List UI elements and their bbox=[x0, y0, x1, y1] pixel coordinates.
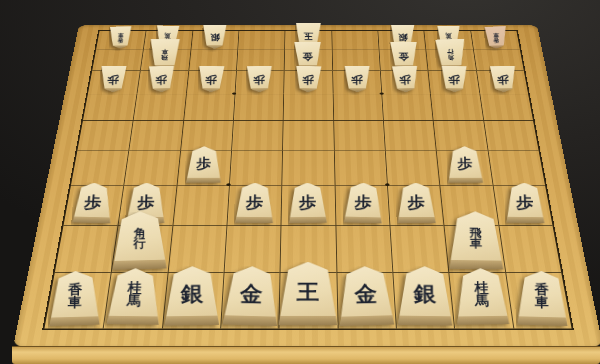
square-2h[interactable]: 飛車 bbox=[444, 225, 505, 272]
piece-kanji: 桂馬 bbox=[127, 282, 142, 307]
shogi-photo-scene: 香車桂馬銀玉銀桂馬香車飛車金金角行歩歩歩歩歩歩歩歩歩歩歩歩歩歩歩歩歩歩角行飛車香… bbox=[0, 0, 600, 364]
piece-kanji: 王 bbox=[297, 281, 320, 301]
square-4d[interactable] bbox=[332, 94, 383, 121]
piece-sente-pawn[interactable]: 歩 bbox=[343, 182, 384, 223]
piece-gote-pawn[interactable]: 歩 bbox=[148, 66, 175, 93]
square-1e[interactable] bbox=[483, 120, 539, 150]
piece-sente-gold[interactable]: 金 bbox=[221, 265, 281, 325]
piece-face: 王 bbox=[277, 261, 340, 325]
piece-gote-pawn[interactable]: 歩 bbox=[391, 66, 419, 93]
piece-gote-pawn[interactable]: 歩 bbox=[489, 66, 517, 92]
piece-gote-lance[interactable]: 香車 bbox=[484, 26, 508, 49]
square-5e[interactable] bbox=[282, 120, 333, 150]
piece-kanji: 歩 bbox=[303, 75, 315, 85]
square-8f[interactable] bbox=[124, 151, 180, 186]
square-4f[interactable] bbox=[334, 151, 387, 186]
piece-face: 歩 bbox=[447, 146, 485, 183]
board-grid: 香車桂馬銀玉銀桂馬香車飛車金金角行歩歩歩歩歩歩歩歩歩歩歩歩歩歩歩歩歩歩角行飛車香… bbox=[42, 30, 574, 330]
piece-face: 香車 bbox=[108, 26, 131, 48]
piece-kanji: 玉 bbox=[304, 32, 314, 40]
piece-sente-king[interactable]: 王 bbox=[277, 261, 340, 325]
piece-kanji: 金 bbox=[399, 52, 410, 61]
square-9a[interactable]: 香車 bbox=[96, 31, 146, 50]
square-5g[interactable]: 歩 bbox=[281, 185, 335, 225]
piece-face: 歩 bbox=[234, 182, 275, 223]
piece-face: 歩 bbox=[246, 66, 273, 92]
piece-face: 銀 bbox=[396, 266, 454, 326]
shogi-board: 香車桂馬銀玉銀桂馬香車飛車金金角行歩歩歩歩歩歩歩歩歩歩歩歩歩歩歩歩歩歩角行飛車香… bbox=[13, 25, 600, 347]
square-8c[interactable]: 歩 bbox=[137, 70, 188, 93]
piece-face: 角行 bbox=[111, 211, 168, 270]
piece-face: 桂馬 bbox=[105, 268, 163, 325]
piece-face: 歩 bbox=[295, 66, 322, 93]
square-2f[interactable]: 歩 bbox=[436, 151, 492, 186]
piece-kanji: 香車 bbox=[492, 33, 499, 43]
piece-face: 香車 bbox=[484, 26, 508, 49]
piece-face: 歩 bbox=[396, 183, 437, 223]
square-5f[interactable] bbox=[282, 151, 335, 186]
piece-kanji: 歩 bbox=[354, 194, 372, 210]
square-7c[interactable]: 歩 bbox=[186, 70, 236, 93]
piece-sente-bishop[interactable]: 角行 bbox=[111, 211, 168, 270]
square-1h[interactable] bbox=[498, 225, 561, 272]
piece-kanji: 銀 bbox=[414, 284, 437, 304]
piece-kanji: 歩 bbox=[399, 75, 411, 85]
square-1d[interactable] bbox=[479, 94, 533, 121]
piece-face: 歩 bbox=[489, 66, 517, 92]
square-7a[interactable]: 銀 bbox=[190, 31, 238, 50]
piece-kanji: 金 bbox=[240, 283, 263, 304]
piece-gote-lance[interactable]: 香車 bbox=[108, 26, 131, 48]
square-6a[interactable] bbox=[237, 31, 284, 50]
piece-face: 飛車 bbox=[447, 211, 505, 269]
piece-face: 飛車 bbox=[149, 39, 181, 69]
piece-kanji: 香車 bbox=[117, 33, 123, 43]
piece-sente-pawn[interactable]: 歩 bbox=[504, 182, 545, 223]
square-1c[interactable]: 歩 bbox=[476, 70, 528, 93]
piece-face: 歩 bbox=[504, 182, 545, 223]
piece-face: 歩 bbox=[441, 66, 468, 92]
square-8e[interactable] bbox=[129, 120, 183, 150]
piece-face: 銀 bbox=[163, 266, 221, 326]
square-6d[interactable] bbox=[233, 94, 284, 121]
piece-kanji: 角行 bbox=[134, 227, 146, 249]
piece-kanji: 香車 bbox=[68, 284, 82, 309]
piece-kanji: 桂馬 bbox=[475, 282, 490, 307]
piece-sente-pawn[interactable]: 歩 bbox=[288, 182, 329, 223]
piece-kanji: 歩 bbox=[107, 75, 119, 85]
piece-kanji: 歩 bbox=[138, 194, 156, 209]
square-4e[interactable] bbox=[333, 120, 385, 150]
piece-kanji: 香車 bbox=[534, 284, 548, 309]
square-9i[interactable]: 香車 bbox=[44, 272, 111, 329]
square-9e[interactable] bbox=[77, 120, 133, 150]
square-2c[interactable]: 歩 bbox=[428, 70, 479, 93]
square-8i[interactable]: 桂馬 bbox=[103, 272, 167, 329]
piece-gote-pawn[interactable]: 歩 bbox=[295, 66, 322, 93]
square-2d[interactable] bbox=[430, 94, 483, 121]
piece-gote-pawn[interactable]: 歩 bbox=[197, 66, 225, 92]
piece-kanji: 銀 bbox=[398, 33, 408, 41]
piece-face: 歩 bbox=[185, 146, 223, 183]
piece-gote-silver[interactable]: 銀 bbox=[202, 25, 227, 49]
piece-face: 桂馬 bbox=[453, 268, 511, 325]
square-5i[interactable]: 王 bbox=[279, 272, 338, 329]
square-1i[interactable]: 香車 bbox=[505, 272, 572, 329]
piece-kanji: 歩 bbox=[246, 194, 264, 209]
square-7h[interactable] bbox=[167, 225, 226, 272]
piece-kanji: 金 bbox=[303, 51, 314, 60]
board-front-edge bbox=[12, 346, 600, 364]
piece-sente-gold[interactable]: 金 bbox=[336, 265, 396, 325]
square-6i[interactable]: 金 bbox=[220, 272, 280, 329]
square-3e[interactable] bbox=[383, 120, 436, 150]
piece-gote-pawn[interactable]: 歩 bbox=[246, 66, 273, 92]
square-8h[interactable]: 角行 bbox=[111, 225, 172, 272]
piece-face: 歩 bbox=[288, 182, 329, 223]
square-5c[interactable]: 歩 bbox=[284, 70, 333, 93]
piece-sente-lance[interactable]: 香車 bbox=[515, 270, 569, 326]
piece-gote-bishop[interactable]: 角行 bbox=[435, 39, 468, 70]
piece-gote-rook[interactable]: 飛車 bbox=[149, 39, 181, 69]
piece-sente-knight[interactable]: 桂馬 bbox=[453, 268, 511, 325]
piece-gote-pawn[interactable]: 歩 bbox=[441, 66, 468, 92]
piece-sente-silver[interactable]: 銀 bbox=[163, 266, 221, 326]
piece-face: 歩 bbox=[344, 66, 371, 92]
piece-face: 歩 bbox=[197, 66, 225, 92]
piece-gote-pawn[interactable]: 歩 bbox=[99, 66, 127, 92]
square-3i[interactable]: 銀 bbox=[392, 272, 454, 329]
piece-kanji: 歩 bbox=[196, 157, 211, 170]
piece-kanji: 歩 bbox=[156, 75, 168, 85]
hoshi-dot bbox=[385, 183, 390, 186]
square-7g[interactable] bbox=[172, 185, 229, 225]
piece-kanji: 角行 bbox=[448, 49, 455, 60]
board-surface: 香車桂馬銀玉銀桂馬香車飛車金金角行歩歩歩歩歩歩歩歩歩歩歩歩歩歩歩歩歩歩角行飛車香… bbox=[13, 25, 600, 347]
square-4a[interactable] bbox=[331, 31, 378, 50]
piece-face: 歩 bbox=[391, 66, 419, 93]
piece-sente-pawn[interactable]: 歩 bbox=[234, 182, 275, 223]
piece-kanji: 金 bbox=[354, 283, 377, 304]
square-1f[interactable] bbox=[487, 151, 545, 186]
square-4i[interactable]: 金 bbox=[336, 272, 396, 329]
square-3g[interactable]: 歩 bbox=[387, 185, 444, 225]
square-8d[interactable] bbox=[133, 94, 186, 121]
piece-kanji: 銀 bbox=[210, 33, 220, 41]
piece-sente-pawn[interactable]: 歩 bbox=[71, 182, 114, 223]
square-3d[interactable] bbox=[381, 94, 433, 121]
piece-face: 角行 bbox=[435, 39, 468, 70]
piece-face: 歩 bbox=[148, 66, 175, 93]
piece-kanji: 銀 bbox=[181, 284, 204, 304]
piece-sente-rook[interactable]: 飛車 bbox=[447, 211, 505, 269]
piece-face: 歩 bbox=[99, 66, 127, 92]
square-3f[interactable] bbox=[385, 151, 440, 186]
square-6c[interactable]: 歩 bbox=[235, 70, 284, 93]
square-7f[interactable]: 歩 bbox=[176, 151, 231, 186]
square-5d[interactable] bbox=[283, 94, 333, 121]
piece-kanji: 歩 bbox=[516, 194, 534, 209]
square-6e[interactable] bbox=[231, 120, 283, 150]
piece-kanji: 歩 bbox=[408, 194, 426, 209]
piece-kanji: 飛車 bbox=[162, 49, 169, 60]
piece-kanji: 歩 bbox=[84, 194, 102, 210]
square-7d[interactable] bbox=[183, 94, 235, 121]
square-6g[interactable]: 歩 bbox=[227, 185, 282, 225]
square-9d[interactable] bbox=[83, 94, 137, 121]
piece-sente-pawn[interactable]: 歩 bbox=[185, 146, 223, 183]
square-3c[interactable]: 歩 bbox=[380, 70, 430, 93]
piece-kanji: 歩 bbox=[449, 75, 461, 85]
piece-kanji: 歩 bbox=[351, 75, 363, 85]
piece-kanji: 歩 bbox=[205, 75, 217, 85]
piece-gote-pawn[interactable]: 歩 bbox=[344, 66, 371, 92]
piece-sente-knight[interactable]: 桂馬 bbox=[105, 268, 163, 325]
piece-kanji: 歩 bbox=[299, 194, 317, 209]
piece-face: 香車 bbox=[515, 270, 569, 326]
square-2i[interactable]: 桂馬 bbox=[449, 272, 513, 329]
square-9c[interactable]: 歩 bbox=[88, 70, 140, 93]
square-7i[interactable]: 銀 bbox=[162, 272, 224, 329]
piece-kanji: 歩 bbox=[254, 75, 266, 85]
piece-sente-pawn[interactable]: 歩 bbox=[396, 183, 437, 223]
piece-sente-lance[interactable]: 香車 bbox=[48, 270, 102, 326]
piece-kanji: 飛車 bbox=[470, 228, 483, 250]
piece-face: 歩 bbox=[343, 182, 384, 223]
square-4g[interactable]: 歩 bbox=[334, 185, 389, 225]
piece-face: 香車 bbox=[48, 270, 102, 326]
piece-sente-pawn[interactable]: 歩 bbox=[447, 146, 485, 183]
hoshi-dot bbox=[379, 93, 383, 95]
square-9f[interactable] bbox=[71, 151, 129, 186]
piece-kanji: 歩 bbox=[497, 75, 509, 85]
piece-kanji: 歩 bbox=[458, 157, 473, 170]
square-4c[interactable]: 歩 bbox=[332, 70, 381, 93]
piece-face: 金 bbox=[221, 265, 281, 325]
square-3h[interactable] bbox=[389, 225, 448, 272]
piece-sente-silver[interactable]: 銀 bbox=[396, 266, 454, 326]
piece-face: 銀 bbox=[202, 25, 227, 49]
square-1a[interactable]: 香車 bbox=[470, 31, 520, 50]
square-6f[interactable] bbox=[229, 151, 282, 186]
piece-face: 金 bbox=[336, 265, 396, 325]
square-9h[interactable] bbox=[55, 225, 118, 272]
piece-face: 歩 bbox=[71, 182, 114, 223]
